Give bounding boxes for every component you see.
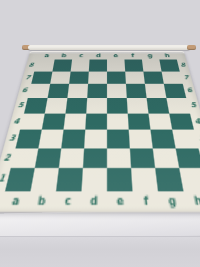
file-label-top-e: e [107, 52, 124, 60]
square-d2 [83, 148, 107, 168]
photo-scene: aabbccddeeffgghh8877665544332211 [0, 0, 200, 267]
square-c4 [64, 113, 87, 130]
square-d4 [85, 113, 107, 130]
file-label-bottom-d: d [80, 191, 107, 212]
square-e7 [107, 71, 126, 84]
square-f8 [124, 60, 143, 72]
square-c7 [69, 71, 89, 84]
square-e4 [107, 113, 129, 130]
square-h8 [159, 60, 179, 72]
square-d6 [87, 84, 107, 98]
square-d8 [89, 60, 107, 72]
square-e8 [107, 60, 125, 72]
square-g8 [142, 60, 162, 72]
square-d3 [84, 130, 107, 148]
square-g6 [145, 84, 166, 98]
file-label-bottom-b: b [27, 191, 56, 212]
file-label-bottom-h: h [183, 191, 200, 212]
square-d7 [88, 71, 107, 84]
rod-right-wooden-tip [187, 45, 196, 50]
table-surface [0, 236, 200, 267]
square-b8 [52, 60, 72, 72]
square-b6 [48, 84, 69, 98]
file-label-bottom-g: g [158, 191, 187, 212]
square-b2 [35, 148, 62, 168]
square-a8 [34, 60, 54, 72]
square-e2 [107, 148, 131, 168]
file-label-bottom-e: e [107, 191, 134, 212]
square-h2 [176, 148, 200, 168]
board-grid: aabbccddeeffgghh8877665544332211 [0, 52, 200, 212]
square-f6 [126, 84, 147, 98]
square-f5 [127, 98, 149, 113]
file-label-top-h: h [158, 52, 177, 60]
square-b5 [45, 98, 68, 113]
file-label-bottom-a: a [0, 191, 31, 212]
square-c3 [61, 130, 85, 148]
chessboard-mat: aabbccddeeffgghh8877665544332211 [0, 52, 200, 212]
square-b1 [31, 169, 59, 192]
square-f2 [130, 148, 155, 168]
square-f3 [129, 130, 153, 148]
square-c8 [71, 60, 90, 72]
file-label-top-f: f [124, 52, 142, 60]
file-label-bottom-f: f [132, 191, 160, 212]
square-d5 [86, 98, 107, 113]
file-label-top-d: d [90, 52, 107, 60]
square-b3 [38, 130, 63, 148]
square-e3 [107, 130, 130, 148]
square-f1 [131, 169, 158, 192]
rod-rolled-vinyl-tube [28, 45, 190, 50]
square-h5 [166, 98, 190, 113]
file-label-top-b: b [55, 52, 73, 60]
square-b7 [50, 71, 71, 84]
square-h3 [172, 130, 198, 148]
square-a6 [28, 84, 50, 98]
square-c2 [59, 148, 84, 168]
square-f7 [125, 71, 145, 84]
file-label-top-a: a [37, 52, 56, 60]
square-f4 [128, 113, 151, 130]
square-c5 [66, 98, 88, 113]
square-a7 [31, 71, 52, 84]
square-e5 [107, 98, 128, 113]
square-e6 [107, 84, 127, 98]
square-b4 [42, 113, 66, 130]
square-h1 [179, 169, 200, 192]
hanging-rod [22, 44, 196, 50]
square-g7 [143, 71, 164, 84]
square-g5 [147, 98, 170, 113]
square-e1 [107, 169, 132, 192]
file-label-top-c: c [72, 52, 90, 60]
square-c6 [67, 84, 88, 98]
file-label-bottom-c: c [53, 191, 81, 212]
square-h4 [169, 113, 194, 130]
square-d1 [82, 169, 107, 192]
square-c1 [56, 169, 83, 192]
square-h6 [164, 84, 186, 98]
file-label-top-g: g [141, 52, 159, 60]
square-h7 [162, 71, 183, 84]
